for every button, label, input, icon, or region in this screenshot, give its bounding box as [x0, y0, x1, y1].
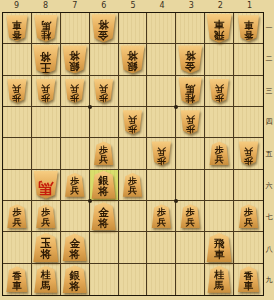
file-label-8: 8: [31, 0, 60, 12]
cell-87[interactable]: 歩兵: [32, 201, 61, 232]
gote-lance[interactable]: 香車: [6, 15, 28, 41]
piece-kanji: 金将: [98, 204, 109, 229]
gote-pawn[interactable]: 歩兵: [151, 141, 171, 165]
piece-kanji: 飛車: [214, 235, 225, 260]
cell-56[interactable]: 歩兵: [119, 170, 148, 201]
cell-16[interactable]: [234, 170, 263, 201]
cell-82[interactable]: 王将: [32, 44, 61, 75]
cell-75[interactable]: [61, 138, 90, 169]
cell-79[interactable]: 銀将: [61, 264, 90, 295]
cell-92[interactable]: [3, 44, 32, 75]
cell-39[interactable]: [176, 264, 205, 295]
piece-kanji: 銀将: [69, 47, 80, 72]
cell-55[interactable]: [119, 138, 148, 169]
cell-21[interactable]: 飛車: [205, 13, 234, 44]
gote-knight[interactable]: 桂馬: [34, 15, 58, 42]
gote-pawn[interactable]: 歩兵: [209, 79, 229, 103]
cell-23[interactable]: 歩兵: [205, 76, 234, 107]
cell-63[interactable]: 歩兵: [90, 76, 119, 107]
sente-lance[interactable]: 香車: [6, 266, 28, 292]
file-label-3: 3: [177, 0, 206, 12]
piece-kanji: 香車: [12, 268, 22, 291]
cell-72[interactable]: 銀将: [61, 44, 90, 75]
sente-knight[interactable]: 桂馬: [207, 266, 231, 293]
shogi-app: 987654321 一二三四五六七八九 香車桂馬金将飛車香車王将銀将銀将金将歩兵…: [0, 0, 274, 300]
gote-promoted-bishop[interactable]: 馬: [33, 171, 58, 199]
cell-67[interactable]: 金将: [90, 201, 119, 232]
cell-51[interactable]: [119, 13, 148, 44]
cell-22[interactable]: [205, 44, 234, 75]
piece-kanji: 馬: [38, 176, 53, 195]
cell-36[interactable]: [176, 170, 205, 201]
piece-kanji: 桂馬: [41, 16, 51, 40]
cell-81[interactable]: 桂馬: [32, 13, 61, 44]
file-label-4: 4: [148, 0, 177, 12]
cell-53[interactable]: [119, 76, 148, 107]
piece-kanji: 金将: [69, 235, 80, 260]
cell-43[interactable]: [147, 76, 176, 107]
rank-label-9: 九: [264, 265, 274, 297]
piece-kanji: 歩兵: [128, 174, 137, 196]
cell-42[interactable]: [147, 44, 176, 75]
file-label-6: 6: [89, 0, 118, 12]
cell-97[interactable]: 歩兵: [3, 201, 32, 232]
star-point: [88, 105, 92, 109]
sente-pawn[interactable]: 歩兵: [180, 204, 200, 228]
cell-48[interactable]: [147, 232, 176, 263]
cell-66[interactable]: 銀将: [90, 170, 119, 201]
gote-lance[interactable]: 香車: [238, 15, 260, 41]
gote-king[interactable]: 王将: [33, 45, 59, 74]
cell-25[interactable]: 歩兵: [205, 138, 234, 169]
sente-pawn[interactable]: 歩兵: [209, 141, 229, 165]
cell-49[interactable]: [147, 264, 176, 295]
sente-rook[interactable]: 飛車: [206, 233, 232, 262]
rank-label-2: 二: [264, 44, 274, 76]
rank-label-7: 七: [264, 201, 274, 233]
cell-32[interactable]: 金将: [176, 44, 205, 75]
gote-knight[interactable]: 桂馬: [178, 77, 202, 104]
star-point: [174, 105, 178, 109]
cell-94[interactable]: [3, 107, 32, 138]
sente-pawn[interactable]: 歩兵: [239, 204, 259, 228]
file-label-7: 7: [60, 0, 89, 12]
sente-gold[interactable]: 金将: [91, 202, 116, 230]
sente-knight[interactable]: 桂馬: [34, 266, 58, 293]
cell-84[interactable]: [32, 107, 61, 138]
cell-99[interactable]: 香車: [3, 264, 32, 295]
cell-12[interactable]: [234, 44, 263, 75]
cell-86[interactable]: 馬: [32, 170, 61, 201]
gote-pawn[interactable]: 歩兵: [239, 141, 259, 165]
cell-47[interactable]: 歩兵: [147, 201, 176, 232]
gote-pawn[interactable]: 歩兵: [36, 79, 56, 103]
gote-gold[interactable]: 金将: [91, 14, 116, 42]
cell-61[interactable]: 金将: [90, 13, 119, 44]
gote-silver[interactable]: 銀将: [62, 45, 87, 73]
cell-93[interactable]: 歩兵: [3, 76, 32, 107]
sente-silver[interactable]: 銀将: [62, 265, 87, 293]
cell-19[interactable]: 香車: [234, 264, 263, 295]
piece-kanji: 王将: [40, 47, 51, 73]
cell-44[interactable]: [147, 107, 176, 138]
sente-lance[interactable]: 香車: [238, 266, 260, 292]
cell-83[interactable]: 歩兵: [32, 76, 61, 107]
cell-11[interactable]: 香車: [234, 13, 263, 44]
cell-27[interactable]: [205, 201, 234, 232]
piece-kanji: 桂馬: [41, 267, 51, 291]
piece-kanji: 歩兵: [12, 80, 21, 102]
gote-pawn[interactable]: 歩兵: [180, 110, 200, 134]
cell-59[interactable]: [119, 264, 148, 295]
sente-pawn[interactable]: 歩兵: [65, 173, 85, 197]
cell-14[interactable]: [234, 107, 263, 138]
piece-kanji: 歩兵: [12, 205, 21, 227]
cell-68[interactable]: [90, 232, 119, 263]
sente-king[interactable]: 玉将: [33, 233, 59, 262]
cell-35[interactable]: [176, 138, 205, 169]
cell-33[interactable]: 桂馬: [176, 76, 205, 107]
piece-kanji: 歩兵: [70, 174, 79, 196]
rank-label-4: 四: [264, 107, 274, 139]
cell-41[interactable]: [147, 13, 176, 44]
cell-71[interactable]: [61, 13, 90, 44]
cell-65[interactable]: 歩兵: [90, 138, 119, 169]
cell-57[interactable]: [119, 201, 148, 232]
piece-kanji: 銀将: [127, 47, 138, 72]
cell-29[interactable]: 桂馬: [205, 264, 234, 295]
cell-89[interactable]: 桂馬: [32, 264, 61, 295]
cell-62[interactable]: [90, 44, 119, 75]
cell-18[interactable]: [234, 232, 263, 263]
piece-kanji: 歩兵: [99, 80, 108, 102]
cell-26[interactable]: [205, 170, 234, 201]
sente-pawn[interactable]: 歩兵: [7, 204, 27, 228]
piece-kanji: 金将: [98, 16, 109, 41]
piece-kanji: 銀将: [69, 267, 80, 292]
piece-kanji: 玉将: [40, 235, 51, 261]
gote-pawn[interactable]: 歩兵: [7, 79, 27, 103]
gote-pawn[interactable]: 歩兵: [122, 110, 142, 134]
piece-kanji: 桂馬: [214, 267, 224, 291]
cell-52[interactable]: 銀将: [119, 44, 148, 75]
piece-kanji: 歩兵: [99, 143, 108, 165]
sente-pawn[interactable]: 歩兵: [94, 141, 114, 165]
piece-kanji: 歩兵: [128, 111, 137, 133]
gote-pawn[interactable]: 歩兵: [94, 79, 114, 103]
cell-77[interactable]: [61, 201, 90, 232]
cell-78[interactable]: 金将: [61, 232, 90, 263]
cell-91[interactable]: 香車: [3, 13, 32, 44]
cell-88[interactable]: 玉将: [32, 232, 61, 263]
piece-kanji: 香車: [244, 17, 254, 40]
gote-silver[interactable]: 銀将: [120, 45, 145, 73]
cell-69[interactable]: [90, 264, 119, 295]
file-label-1: 1: [235, 0, 264, 12]
sente-pawn[interactable]: 歩兵: [151, 204, 171, 228]
piece-kanji: 歩兵: [215, 80, 224, 102]
piece-kanji: 歩兵: [186, 111, 195, 133]
cell-38[interactable]: [176, 232, 205, 263]
rank-label-1: 一: [264, 12, 274, 44]
sente-pawn[interactable]: 歩兵: [122, 173, 142, 197]
cell-96[interactable]: [3, 170, 32, 201]
file-labels: 987654321: [2, 0, 264, 12]
piece-kanji: 歩兵: [157, 205, 166, 227]
piece-kanji: 香車: [244, 268, 254, 291]
piece-kanji: 歩兵: [41, 80, 50, 102]
piece-kanji: 金将: [185, 47, 196, 72]
rank-label-8: 八: [264, 233, 274, 265]
piece-kanji: 飛車: [214, 16, 225, 41]
piece-kanji: 歩兵: [244, 143, 253, 165]
cell-54[interactable]: 歩兵: [119, 107, 148, 138]
piece-kanji: 歩兵: [157, 143, 166, 165]
piece-kanji: 歩兵: [70, 80, 79, 102]
cell-13[interactable]: [234, 76, 263, 107]
star-point: [174, 199, 178, 203]
cell-76[interactable]: 歩兵: [61, 170, 90, 201]
cell-15[interactable]: 歩兵: [234, 138, 263, 169]
cell-58[interactable]: [119, 232, 148, 263]
cell-74[interactable]: [61, 107, 90, 138]
cell-37[interactable]: 歩兵: [176, 201, 205, 232]
sente-gold[interactable]: 金将: [62, 233, 87, 261]
rank-labels: 一二三四五六七八九: [264, 12, 274, 296]
cell-46[interactable]: [147, 170, 176, 201]
piece-kanji: 桂馬: [185, 79, 195, 103]
cell-64[interactable]: [90, 107, 119, 138]
file-label-5: 5: [118, 0, 147, 12]
cell-98[interactable]: [3, 232, 32, 263]
piece-kanji: 歩兵: [244, 205, 253, 227]
gote-pawn[interactable]: 歩兵: [65, 79, 85, 103]
piece-kanji: 香車: [12, 17, 22, 40]
cell-28[interactable]: 飛車: [205, 232, 234, 263]
piece-kanji: 歩兵: [215, 143, 224, 165]
cell-45[interactable]: 歩兵: [147, 138, 176, 169]
cell-17[interactable]: 歩兵: [234, 201, 263, 232]
shogi-board[interactable]: 香車桂馬金将飛車香車王将銀将銀将金将歩兵歩兵歩兵歩兵桂馬歩兵歩兵歩兵歩兵歩兵歩兵…: [2, 12, 264, 296]
sente-silver[interactable]: 銀将: [91, 171, 116, 199]
piece-kanji: 歩兵: [41, 205, 50, 227]
cell-85[interactable]: [32, 138, 61, 169]
gote-gold[interactable]: 金将: [178, 45, 203, 73]
piece-kanji: 歩兵: [186, 205, 195, 227]
sente-pawn[interactable]: 歩兵: [36, 204, 56, 228]
gote-rook[interactable]: 飛車: [206, 14, 232, 43]
cell-31[interactable]: [176, 13, 205, 44]
cell-24[interactable]: [205, 107, 234, 138]
piece-kanji: 銀将: [98, 172, 109, 197]
cell-73[interactable]: 歩兵: [61, 76, 90, 107]
cell-95[interactable]: [3, 138, 32, 169]
cell-34[interactable]: 歩兵: [176, 107, 205, 138]
rank-label-5: 五: [264, 138, 274, 170]
rank-label-6: 六: [264, 170, 274, 202]
rank-label-3: 三: [264, 75, 274, 107]
file-label-2: 2: [206, 0, 235, 12]
file-label-9: 9: [2, 0, 31, 12]
